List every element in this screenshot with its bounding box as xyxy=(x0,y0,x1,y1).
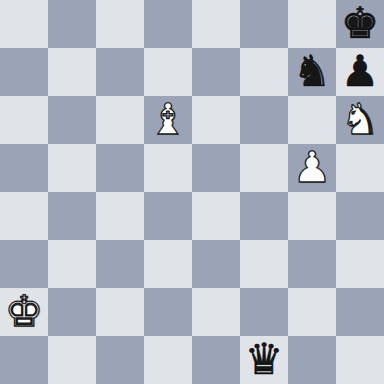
black-queen[interactable]: ♛ xyxy=(245,335,284,383)
square-a1[interactable] xyxy=(0,336,48,384)
square-h7[interactable]: ♟ xyxy=(336,48,384,96)
square-d8[interactable] xyxy=(144,0,192,48)
square-e4[interactable] xyxy=(192,192,240,240)
white-knight[interactable]: ♞ xyxy=(341,95,380,143)
square-h4[interactable] xyxy=(336,192,384,240)
square-g1[interactable] xyxy=(288,336,336,384)
square-b4[interactable] xyxy=(48,192,96,240)
square-f2[interactable] xyxy=(240,288,288,336)
square-b7[interactable] xyxy=(48,48,96,96)
square-a2[interactable]: ♚ xyxy=(0,288,48,336)
square-d6[interactable]: ♝ xyxy=(144,96,192,144)
square-h5[interactable] xyxy=(336,144,384,192)
square-f5[interactable] xyxy=(240,144,288,192)
white-king[interactable]: ♚ xyxy=(5,287,44,335)
square-f4[interactable] xyxy=(240,192,288,240)
black-king[interactable]: ♚ xyxy=(341,0,380,47)
black-knight[interactable]: ♞ xyxy=(293,47,332,95)
square-b1[interactable] xyxy=(48,336,96,384)
square-e2[interactable] xyxy=(192,288,240,336)
square-a6[interactable] xyxy=(0,96,48,144)
square-g7[interactable]: ♞ xyxy=(288,48,336,96)
square-d4[interactable] xyxy=(144,192,192,240)
chess-board: ♚♞♟♝♞♟♚♛ xyxy=(0,0,384,384)
white-bishop[interactable]: ♝ xyxy=(149,95,188,143)
square-f1[interactable]: ♛ xyxy=(240,336,288,384)
square-b6[interactable] xyxy=(48,96,96,144)
square-d7[interactable] xyxy=(144,48,192,96)
square-c8[interactable] xyxy=(96,0,144,48)
white-pawn[interactable]: ♟ xyxy=(293,143,332,191)
square-e1[interactable] xyxy=(192,336,240,384)
square-d3[interactable] xyxy=(144,240,192,288)
square-h2[interactable] xyxy=(336,288,384,336)
square-h8[interactable]: ♚ xyxy=(336,0,384,48)
square-g6[interactable] xyxy=(288,96,336,144)
square-a8[interactable] xyxy=(0,0,48,48)
square-g3[interactable] xyxy=(288,240,336,288)
square-a3[interactable] xyxy=(0,240,48,288)
square-h6[interactable]: ♞ xyxy=(336,96,384,144)
square-c4[interactable] xyxy=(96,192,144,240)
square-c1[interactable] xyxy=(96,336,144,384)
square-e5[interactable] xyxy=(192,144,240,192)
square-a7[interactable] xyxy=(0,48,48,96)
square-b3[interactable] xyxy=(48,240,96,288)
square-g2[interactable] xyxy=(288,288,336,336)
square-f3[interactable] xyxy=(240,240,288,288)
square-b5[interactable] xyxy=(48,144,96,192)
square-c5[interactable] xyxy=(96,144,144,192)
square-f8[interactable] xyxy=(240,0,288,48)
square-h1[interactable] xyxy=(336,336,384,384)
black-pawn[interactable]: ♟ xyxy=(341,47,380,95)
square-c7[interactable] xyxy=(96,48,144,96)
square-c6[interactable] xyxy=(96,96,144,144)
square-d1[interactable] xyxy=(144,336,192,384)
square-g8[interactable] xyxy=(288,0,336,48)
square-d5[interactable] xyxy=(144,144,192,192)
square-d2[interactable] xyxy=(144,288,192,336)
square-e7[interactable] xyxy=(192,48,240,96)
square-e6[interactable] xyxy=(192,96,240,144)
square-f6[interactable] xyxy=(240,96,288,144)
square-g5[interactable]: ♟ xyxy=(288,144,336,192)
square-c3[interactable] xyxy=(96,240,144,288)
square-b2[interactable] xyxy=(48,288,96,336)
square-c2[interactable] xyxy=(96,288,144,336)
square-e3[interactable] xyxy=(192,240,240,288)
square-e8[interactable] xyxy=(192,0,240,48)
square-b8[interactable] xyxy=(48,0,96,48)
square-g4[interactable] xyxy=(288,192,336,240)
square-h3[interactable] xyxy=(336,240,384,288)
square-f7[interactable] xyxy=(240,48,288,96)
square-a4[interactable] xyxy=(0,192,48,240)
square-a5[interactable] xyxy=(0,144,48,192)
